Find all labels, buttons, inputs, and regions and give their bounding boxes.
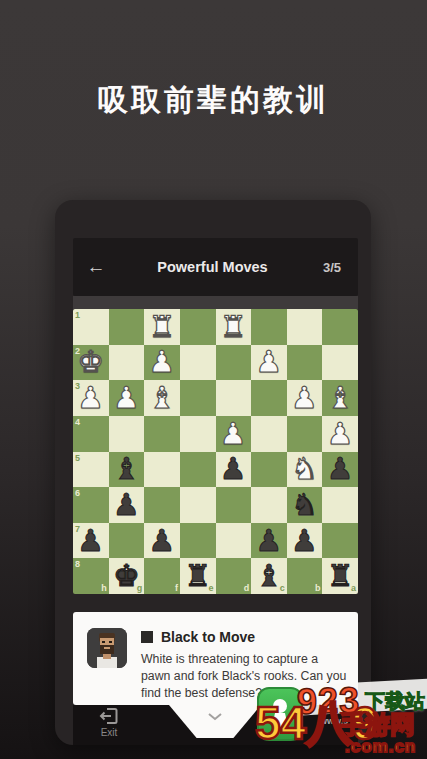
square-f2[interactable]: ♟: [144, 345, 180, 381]
white-pawn: ♟: [113, 383, 140, 413]
square-g3[interactable]: ♟: [109, 380, 145, 416]
file-label: c: [280, 583, 285, 593]
exit-label: Exit: [101, 727, 118, 738]
square-g4[interactable]: [109, 416, 145, 452]
square-a6[interactable]: [322, 487, 358, 523]
rank-label: 2: [75, 346, 80, 356]
square-h1[interactable]: 1: [73, 309, 109, 345]
rank-label: 7: [75, 524, 80, 534]
square-g8[interactable]: g♚: [109, 558, 145, 594]
square-a4[interactable]: ♟: [322, 416, 358, 452]
lesson-progress: 3/5: [306, 260, 358, 275]
black-pawn: ♟: [149, 526, 176, 556]
square-c3[interactable]: [251, 380, 287, 416]
square-e4[interactable]: [180, 416, 216, 452]
square-b3[interactable]: ♟: [287, 380, 323, 416]
square-e5[interactable]: [180, 452, 216, 488]
arrow-left-icon: ←: [87, 256, 106, 277]
square-d8[interactable]: d: [216, 558, 252, 594]
file-label: e: [208, 583, 213, 593]
black-bishop: ♝: [113, 454, 140, 484]
black-bishop: ♝: [255, 561, 282, 591]
back-button[interactable]: ←: [73, 256, 119, 278]
black-pawn: ♟: [255, 526, 282, 556]
square-f6[interactable]: [144, 487, 180, 523]
square-f7[interactable]: ♟: [144, 523, 180, 559]
black-king: ♚: [113, 561, 140, 591]
square-d6[interactable]: [216, 487, 252, 523]
file-label: f: [175, 583, 178, 593]
square-f4[interactable]: [144, 416, 180, 452]
exit-button[interactable]: Exit: [83, 707, 135, 738]
square-a1[interactable]: [322, 309, 358, 345]
square-f8[interactable]: f: [144, 558, 180, 594]
square-f1[interactable]: ♜: [144, 309, 180, 345]
black-knight: ♞: [291, 490, 318, 520]
square-h3[interactable]: 3♟: [73, 380, 109, 416]
white-rook: ♜: [149, 312, 176, 342]
white-pawn: ♟: [327, 419, 354, 449]
square-d4[interactable]: ♟: [216, 416, 252, 452]
white-pawn: ♟: [149, 347, 176, 377]
black-pawn: ♟: [77, 526, 104, 556]
exit-icon: [99, 707, 119, 725]
white-knight: ♞: [291, 454, 318, 484]
square-e7[interactable]: [180, 523, 216, 559]
black-pawn: ♟: [327, 454, 354, 484]
white-pawn: ♟: [255, 347, 282, 377]
white-pawn: ♟: [291, 383, 318, 413]
chess-board[interactable]: 1♜♜2♚♟♟3♟♟♝♟♝4♟♟5♝♟♞♟6♟♞7♟♟♟♟8hg♚fe♜dc♝b…: [73, 309, 358, 594]
lesson-header: ← Powerful Moves 3/5: [73, 238, 358, 296]
square-c6[interactable]: [251, 487, 287, 523]
square-h6[interactable]: 6: [73, 487, 109, 523]
square-h7[interactable]: 7♟: [73, 523, 109, 559]
phone-mockup: ← Powerful Moves 3/5 1♜♜2♚♟♟3♟♟♝♟♝4♟♟5♝♟…: [55, 200, 371, 745]
rank-label: 5: [75, 453, 80, 463]
square-c7[interactable]: ♟: [251, 523, 287, 559]
square-c4[interactable]: [251, 416, 287, 452]
coach-avatar: [87, 628, 127, 668]
black-pawn: ♟: [220, 454, 247, 484]
square-e3[interactable]: [180, 380, 216, 416]
header-divider: [73, 296, 358, 309]
white-pawn: ♟: [220, 419, 247, 449]
black-pawn: ♟: [113, 490, 140, 520]
page-title: 吸取前辈的教训: [0, 80, 427, 121]
square-e8[interactable]: e♜: [180, 558, 216, 594]
black-square-icon: [141, 631, 153, 643]
square-a2[interactable]: [322, 345, 358, 381]
square-f5[interactable]: [144, 452, 180, 488]
rank-label: 6: [75, 488, 80, 498]
square-e6[interactable]: [180, 487, 216, 523]
square-b5[interactable]: ♞: [287, 452, 323, 488]
square-e2[interactable]: [180, 345, 216, 381]
black-rook: ♜: [184, 561, 211, 591]
prompt-card: Black to Move White is threatening to ca…: [73, 612, 358, 705]
square-g2[interactable]: [109, 345, 145, 381]
square-d3[interactable]: [216, 380, 252, 416]
coach-avatar-image: [87, 628, 127, 668]
file-label: h: [101, 583, 107, 593]
square-d7[interactable]: [216, 523, 252, 559]
rank-label: 4: [75, 417, 80, 427]
white-pawn: ♟: [77, 383, 104, 413]
square-h2[interactable]: 2♚: [73, 345, 109, 381]
white-rook: ♜: [220, 312, 247, 342]
square-b6[interactable]: ♞: [287, 487, 323, 523]
square-h8[interactable]: 8h: [73, 558, 109, 594]
square-d2[interactable]: [216, 345, 252, 381]
file-label: a: [351, 583, 356, 593]
square-c5[interactable]: [251, 452, 287, 488]
square-c8[interactable]: c♝: [251, 558, 287, 594]
square-g6[interactable]: ♟: [109, 487, 145, 523]
square-c1[interactable]: [251, 309, 287, 345]
square-b8[interactable]: b: [287, 558, 323, 594]
file-label: g: [137, 583, 143, 593]
chevron-down-icon: [206, 705, 224, 727]
watermark-site1-name: 下载站: [365, 688, 425, 715]
white-king: ♚: [77, 347, 104, 377]
square-d5[interactable]: ♟: [216, 452, 252, 488]
square-f3[interactable]: ♝: [144, 380, 180, 416]
black-rook: ♜: [327, 561, 354, 591]
square-a7[interactable]: [322, 523, 358, 559]
square-b7[interactable]: ♟: [287, 523, 323, 559]
rank-label: 8: [75, 559, 80, 569]
square-e1[interactable]: [180, 309, 216, 345]
square-a3[interactable]: ♝: [322, 380, 358, 416]
square-h4[interactable]: 4: [73, 416, 109, 452]
rank-label: 3: [75, 381, 80, 391]
puzzle-instructions: White is threatening to capture a pawn a…: [141, 651, 347, 701]
square-b2[interactable]: [287, 345, 323, 381]
square-g1[interactable]: [109, 309, 145, 345]
square-d1[interactable]: ♜: [216, 309, 252, 345]
file-label: d: [244, 583, 250, 593]
move-indicator: Black to Move: [161, 629, 255, 645]
white-bishop: ♝: [149, 383, 176, 413]
black-pawn: ♟: [291, 526, 318, 556]
square-g7[interactable]: [109, 523, 145, 559]
square-b1[interactable]: [287, 309, 323, 345]
square-g5[interactable]: ♝: [109, 452, 145, 488]
white-bishop: ♝: [327, 383, 354, 413]
square-a5[interactable]: ♟: [322, 452, 358, 488]
file-label: b: [315, 583, 321, 593]
square-c2[interactable]: ♟: [251, 345, 287, 381]
square-b4[interactable]: [287, 416, 323, 452]
lesson-title: Powerful Moves: [119, 259, 306, 275]
rank-label: 1: [75, 310, 80, 320]
square-a8[interactable]: a♜: [322, 558, 358, 594]
square-h5[interactable]: 5: [73, 452, 109, 488]
